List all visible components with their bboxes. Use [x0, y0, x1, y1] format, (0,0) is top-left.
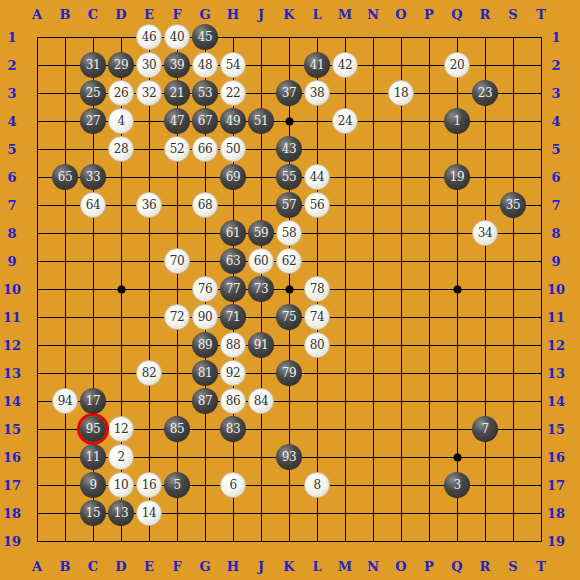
col-label: A — [32, 7, 42, 22]
col-label: C — [88, 559, 98, 574]
col-label: B — [60, 7, 71, 22]
stone: 12 — [108, 416, 134, 442]
stone: 36 — [136, 192, 162, 218]
col-label: P — [424, 559, 434, 574]
stone: 15 — [80, 500, 106, 526]
col-label: G — [199, 559, 210, 574]
col-label: D — [115, 559, 126, 574]
row-label: 16 — [547, 450, 565, 465]
col-label: A — [32, 559, 42, 574]
stone: 45 — [192, 24, 218, 50]
stone: 39 — [164, 52, 190, 78]
stone: 54 — [220, 52, 246, 78]
star-point — [454, 286, 462, 294]
row-label: 11 — [3, 310, 21, 325]
stone: 94 — [52, 388, 78, 414]
stone: 22 — [220, 80, 246, 106]
col-label: G — [199, 7, 210, 22]
col-label: S — [508, 7, 517, 22]
row-label: 16 — [3, 450, 21, 465]
stone: 47 — [164, 108, 190, 134]
stone: 1 — [444, 108, 470, 134]
stone: 85 — [164, 416, 190, 442]
stone: 93 — [276, 444, 302, 470]
col-label: T — [536, 7, 546, 22]
stone: 82 — [136, 360, 162, 386]
stone: 30 — [136, 52, 162, 78]
stone: 59 — [248, 220, 274, 246]
col-label: O — [395, 7, 406, 22]
stone: 73 — [248, 276, 274, 302]
stone: 13 — [108, 500, 134, 526]
stone: 28 — [108, 136, 134, 162]
stone: 46 — [136, 24, 162, 50]
stone: 95 — [80, 416, 106, 442]
row-label: 19 — [547, 534, 565, 549]
stone: 41 — [304, 52, 330, 78]
stone: 20 — [444, 52, 470, 78]
stone: 19 — [444, 164, 470, 190]
row-label: 6 — [7, 170, 16, 185]
stone: 33 — [80, 164, 106, 190]
stone: 89 — [192, 332, 218, 358]
stone: 49 — [220, 108, 246, 134]
col-label: E — [144, 559, 154, 574]
stone: 66 — [192, 136, 218, 162]
col-label: Q — [451, 7, 462, 22]
row-label: 8 — [551, 226, 560, 241]
stone: 24 — [332, 108, 358, 134]
stone: 5 — [164, 472, 190, 498]
stone: 70 — [164, 248, 190, 274]
star-point — [118, 286, 126, 294]
row-label: 4 — [551, 114, 560, 129]
stone: 79 — [276, 360, 302, 386]
stone: 42 — [332, 52, 358, 78]
stone: 21 — [164, 80, 190, 106]
row-label: 6 — [551, 170, 560, 185]
col-label: P — [424, 7, 434, 22]
col-label: N — [367, 7, 379, 22]
row-label: 19 — [3, 534, 21, 549]
stone: 74 — [304, 304, 330, 330]
row-label: 3 — [551, 86, 560, 101]
stone: 77 — [220, 276, 246, 302]
col-label: K — [283, 559, 294, 574]
col-label: F — [172, 7, 181, 22]
star-point — [454, 454, 462, 462]
row-label: 2 — [551, 58, 560, 73]
stone: 60 — [248, 248, 274, 274]
stone: 53 — [192, 80, 218, 106]
stone: 86 — [220, 388, 246, 414]
col-label: L — [312, 559, 321, 574]
col-label: H — [227, 559, 239, 574]
col-label: R — [480, 559, 491, 574]
row-label: 14 — [3, 394, 21, 409]
row-label: 1 — [551, 30, 560, 45]
col-label: S — [508, 559, 517, 574]
row-label: 10 — [3, 282, 21, 297]
stone: 68 — [192, 192, 218, 218]
col-label: M — [338, 559, 352, 574]
stone: 11 — [80, 444, 106, 470]
col-label: C — [88, 7, 98, 22]
row-label: 7 — [551, 198, 560, 213]
row-label: 12 — [547, 338, 565, 353]
stone: 2 — [108, 444, 134, 470]
stone: 23 — [472, 80, 498, 106]
stone: 27 — [80, 108, 106, 134]
stone: 34 — [472, 220, 498, 246]
stone: 76 — [192, 276, 218, 302]
col-label: H — [227, 7, 239, 22]
row-label: 14 — [547, 394, 565, 409]
stone: 62 — [276, 248, 302, 274]
go-kifu-screenshot: { "game": "go", "board_size": 19, "label… — [0, 0, 580, 580]
col-label: J — [258, 7, 264, 22]
col-label: L — [312, 7, 321, 22]
row-label: 15 — [3, 422, 21, 437]
star-point — [286, 118, 294, 126]
col-label: O — [395, 559, 406, 574]
stone: 78 — [304, 276, 330, 302]
stone: 88 — [220, 332, 246, 358]
stone: 8 — [304, 472, 330, 498]
stone: 10 — [108, 472, 134, 498]
stone: 51 — [248, 108, 274, 134]
stone: 29 — [108, 52, 134, 78]
row-label: 5 — [7, 142, 16, 157]
stone: 91 — [248, 332, 274, 358]
col-label: Q — [451, 559, 462, 574]
stone: 57 — [276, 192, 302, 218]
row-label: 8 — [7, 226, 16, 241]
stone: 14 — [136, 500, 162, 526]
col-label: F — [172, 559, 181, 574]
row-label: 18 — [547, 506, 565, 521]
stone: 72 — [164, 304, 190, 330]
stone: 43 — [276, 136, 302, 162]
row-label: 2 — [7, 58, 16, 73]
stone: 56 — [304, 192, 330, 218]
stone: 3 — [444, 472, 470, 498]
stone: 9 — [80, 472, 106, 498]
stone: 38 — [304, 80, 330, 106]
row-label: 17 — [547, 478, 565, 493]
col-label: R — [480, 7, 491, 22]
stone: 69 — [220, 164, 246, 190]
row-label: 10 — [547, 282, 565, 297]
col-label: J — [258, 559, 264, 574]
stone: 84 — [248, 388, 274, 414]
col-label: D — [115, 7, 126, 22]
stone: 16 — [136, 472, 162, 498]
row-label: 13 — [3, 366, 21, 381]
stone: 58 — [276, 220, 302, 246]
row-label: 9 — [7, 254, 16, 269]
stone: 18 — [388, 80, 414, 106]
stone: 81 — [192, 360, 218, 386]
stone: 52 — [164, 136, 190, 162]
row-label: 12 — [3, 338, 21, 353]
row-label: 18 — [3, 506, 21, 521]
stone: 83 — [220, 416, 246, 442]
stone: 90 — [192, 304, 218, 330]
col-label: M — [338, 7, 352, 22]
row-label: 1 — [7, 30, 16, 45]
stone: 87 — [192, 388, 218, 414]
stone: 17 — [80, 388, 106, 414]
stone: 37 — [276, 80, 302, 106]
goban[interactable]: ABCDEFGHJKLMNOPQRST ABCDEFGHJKLMNOPQRST … — [0, 0, 580, 580]
col-label: K — [283, 7, 294, 22]
stone: 31 — [80, 52, 106, 78]
row-label: 4 — [7, 114, 16, 129]
stone: 40 — [164, 24, 190, 50]
stone: 6 — [220, 472, 246, 498]
row-label: 11 — [547, 310, 565, 325]
stone: 50 — [220, 136, 246, 162]
stone: 92 — [220, 360, 246, 386]
stone: 64 — [80, 192, 106, 218]
stone: 61 — [220, 220, 246, 246]
stone: 25 — [80, 80, 106, 106]
stone: 65 — [52, 164, 78, 190]
row-label: 13 — [547, 366, 565, 381]
stone: 67 — [192, 108, 218, 134]
row-label: 5 — [551, 142, 560, 157]
row-label: 3 — [7, 86, 16, 101]
row-label: 15 — [547, 422, 565, 437]
row-label: 9 — [551, 254, 560, 269]
col-label: B — [60, 559, 71, 574]
star-point — [286, 286, 294, 294]
col-label: E — [144, 7, 154, 22]
col-label: N — [367, 559, 379, 574]
stone: 26 — [108, 80, 134, 106]
stone: 55 — [276, 164, 302, 190]
stone: 35 — [500, 192, 526, 218]
stone: 80 — [304, 332, 330, 358]
stone: 71 — [220, 304, 246, 330]
col-label: T — [536, 559, 546, 574]
stone: 63 — [220, 248, 246, 274]
row-label: 17 — [3, 478, 21, 493]
stone: 44 — [304, 164, 330, 190]
stone: 4 — [108, 108, 134, 134]
stone: 48 — [192, 52, 218, 78]
row-label: 7 — [7, 198, 16, 213]
stone: 32 — [136, 80, 162, 106]
stone: 7 — [472, 416, 498, 442]
stone: 75 — [276, 304, 302, 330]
